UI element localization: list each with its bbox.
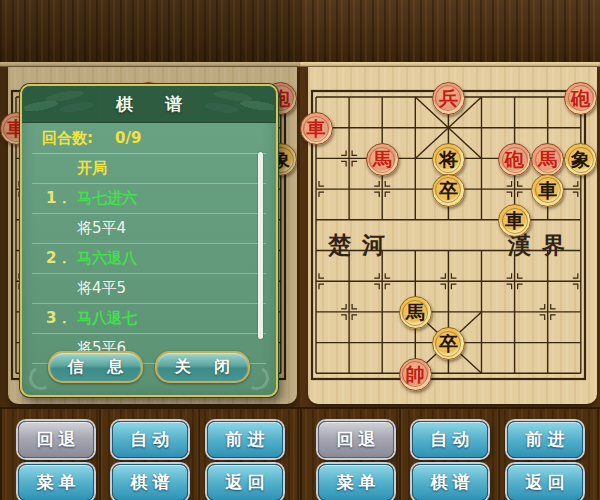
forward-button[interactable]: 前进 — [207, 421, 283, 458]
scrollbar-thumb[interactable] — [258, 152, 263, 339]
screen-board: 楚河漢界兵砲車馬将砲馬象卒車車馬卒帥 回退自动前进菜单棋谱返回 — [300, 0, 600, 500]
move-number: 1． — [46, 189, 77, 208]
move-text: 开局 — [77, 159, 107, 178]
piece-horse-red[interactable]: 馬 — [366, 143, 399, 176]
toolbar: 回退自动前进菜单棋谱返回 — [0, 421, 300, 500]
menu-button[interactable]: 菜单 — [318, 464, 394, 500]
move-row: 1．马七进六 — [32, 184, 266, 214]
move-row: 将5平4 — [32, 214, 266, 244]
move-row: 将4平5 — [32, 274, 266, 304]
piece-cannon-red[interactable]: 砲 — [498, 143, 531, 176]
piece-soldier-red[interactable]: 兵 — [432, 82, 465, 115]
piece-cannon-red[interactable]: 砲 — [564, 82, 597, 115]
move-number: 3． — [46, 309, 77, 328]
move-row: 2．马六退八 — [32, 244, 266, 274]
auto-button[interactable]: 自动 — [112, 421, 188, 458]
record-button[interactable]: 棋谱 — [412, 464, 488, 500]
piece-general-red[interactable]: 帥 — [399, 358, 432, 391]
piece-horse-black[interactable]: 馬 — [399, 296, 432, 329]
dialog-header: 棋 谱 — [22, 86, 276, 123]
move-text: 马八退七 — [77, 309, 137, 328]
move-row: 开局 — [32, 154, 266, 184]
record-dialog: 棋 谱 回合数: 0/9 开局1．马七进六将5平42．马六退八将4平53．马八退… — [20, 84, 278, 397]
piece-elephant-black[interactable]: 象 — [564, 143, 597, 176]
info-button[interactable]: 信 息 — [48, 351, 143, 383]
bamboo-leaf-icon — [200, 85, 275, 123]
piece-horse-red[interactable]: 馬 — [531, 143, 564, 176]
rounds-label: 回合数: — [42, 129, 93, 148]
piece-general-black[interactable]: 将 — [432, 143, 465, 176]
undo-button[interactable]: 回退 — [318, 421, 394, 458]
move-row: 3．马八退七 — [32, 304, 266, 334]
record-button[interactable]: 棋谱 — [112, 464, 188, 500]
dialog-title: 棋 谱 — [103, 93, 195, 116]
move-number: 2． — [46, 249, 77, 268]
screen-record-dialog: 楚河漢界兵砲車馬将砲馬象卒車車馬卒帥 棋 谱 回合数: 0/9 开局1．马七进六… — [0, 0, 300, 500]
top-wood-bar — [300, 0, 600, 62]
piece-chariot-black[interactable]: 車 — [498, 204, 531, 237]
back-button[interactable]: 返回 — [507, 464, 583, 500]
move-text: 将4平5 — [77, 279, 126, 298]
move-list: 开局1．马七进六将5平42．马六退八将4平53．马八退七将5平6 — [32, 154, 266, 364]
undo-button[interactable]: 回退 — [18, 421, 94, 458]
piece-soldier-black[interactable]: 卒 — [432, 327, 465, 360]
menu-button[interactable]: 菜单 — [18, 464, 94, 500]
move-text: 马六退八 — [77, 249, 137, 268]
rounds-counter: 回合数: 0/9 — [32, 123, 266, 154]
back-button[interactable]: 返回 — [207, 464, 283, 500]
bamboo-leaf-icon — [22, 84, 98, 124]
move-text: 将5平4 — [77, 219, 126, 238]
move-text: 马七进六 — [77, 189, 137, 208]
close-button[interactable]: 关 闭 — [155, 351, 250, 383]
piece-chariot-red[interactable]: 車 — [300, 112, 333, 145]
dialog-buttons: 信 息 关 闭 — [22, 351, 276, 383]
rounds-value: 0/9 — [115, 129, 141, 147]
piece-soldier-black[interactable]: 卒 — [432, 174, 465, 207]
pieces-grid: 兵砲車馬将砲馬象卒車車馬卒帥 — [300, 82, 597, 389]
forward-button[interactable]: 前进 — [507, 421, 583, 458]
xiangqi-board[interactable]: 楚河漢界兵砲車馬将砲馬象卒車車馬卒帥 — [308, 67, 597, 404]
auto-button[interactable]: 自动 — [412, 421, 488, 458]
piece-chariot-black[interactable]: 車 — [531, 174, 564, 207]
app-canvas: 楚河漢界兵砲車馬将砲馬象卒車車馬卒帥 棋 谱 回合数: 0/9 开局1．马七进六… — [0, 0, 600, 500]
toolbar: 回退自动前进菜单棋谱返回 — [300, 421, 600, 500]
